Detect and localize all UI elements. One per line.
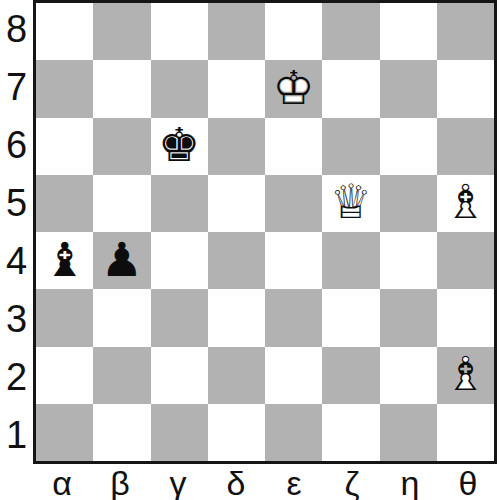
square-g8[interactable] xyxy=(380,3,437,60)
square-a5[interactable] xyxy=(36,175,93,232)
chess-board: ♚♔♚♛♕♝♗♝♟♝♗ xyxy=(33,0,497,464)
rank-label-3: 3 xyxy=(0,290,33,348)
square-g3[interactable] xyxy=(380,289,437,346)
rank-label-7: 7 xyxy=(0,58,33,116)
square-e1[interactable] xyxy=(265,404,322,461)
square-g5[interactable] xyxy=(380,175,437,232)
rank-label-1: 1 xyxy=(0,406,33,464)
piece-white-queen[interactable]: ♛♕ xyxy=(322,175,379,232)
square-c8[interactable] xyxy=(151,3,208,60)
piece-white-bishop[interactable]: ♝♗ xyxy=(437,175,494,232)
square-d6[interactable] xyxy=(208,118,265,175)
square-e7[interactable]: ♚♔ xyxy=(265,60,322,117)
square-e8[interactable] xyxy=(265,3,322,60)
square-e5[interactable] xyxy=(265,175,322,232)
square-a3[interactable] xyxy=(36,289,93,346)
square-b7[interactable] xyxy=(93,60,150,117)
white-king-glyph: ♔ xyxy=(265,63,322,110)
black-bishop-glyph: ♝ xyxy=(36,235,93,282)
square-g6[interactable] xyxy=(380,118,437,175)
square-g4[interactable] xyxy=(380,232,437,289)
square-a1[interactable] xyxy=(36,404,93,461)
square-e6[interactable] xyxy=(265,118,322,175)
square-b4[interactable]: ♟ xyxy=(93,232,150,289)
square-a2[interactable] xyxy=(36,347,93,404)
square-c1[interactable] xyxy=(151,404,208,461)
square-a6[interactable] xyxy=(36,118,93,175)
piece-white-king[interactable]: ♚♔ xyxy=(265,60,322,117)
square-d3[interactable] xyxy=(208,289,265,346)
black-king-glyph: ♚ xyxy=(151,121,208,168)
square-e4[interactable] xyxy=(265,232,322,289)
square-b6[interactable] xyxy=(93,118,150,175)
square-c2[interactable] xyxy=(151,347,208,404)
white-queen-glyph: ♕ xyxy=(322,178,379,225)
square-a8[interactable] xyxy=(36,3,93,60)
square-f4[interactable] xyxy=(322,232,379,289)
piece-black-king[interactable]: ♚ xyxy=(151,118,208,175)
square-d1[interactable] xyxy=(208,404,265,461)
square-c4[interactable] xyxy=(151,232,208,289)
square-g1[interactable] xyxy=(380,404,437,461)
square-b5[interactable] xyxy=(93,175,150,232)
piece-white-bishop[interactable]: ♝♗ xyxy=(437,347,494,404)
square-d2[interactable] xyxy=(208,347,265,404)
file-label-h: θ xyxy=(439,463,497,500)
square-f5[interactable]: ♛♕ xyxy=(322,175,379,232)
square-f2[interactable] xyxy=(322,347,379,404)
square-b2[interactable] xyxy=(93,347,150,404)
square-f8[interactable] xyxy=(322,3,379,60)
square-b1[interactable] xyxy=(93,404,150,461)
rank-labels: 87654321 xyxy=(0,0,33,464)
square-f6[interactable] xyxy=(322,118,379,175)
file-label-d: δ xyxy=(207,463,265,500)
rank-label-2: 2 xyxy=(0,348,33,406)
chess-diagram: 87654321 ♚♔♚♛♕♝♗♝♟♝♗ αβγδεζηθ xyxy=(0,0,500,500)
white-bishop-glyph: ♗ xyxy=(437,178,494,225)
square-d5[interactable] xyxy=(208,175,265,232)
file-label-g: η xyxy=(381,463,439,500)
rank-label-4: 4 xyxy=(0,232,33,290)
square-h7[interactable] xyxy=(437,60,494,117)
square-a4[interactable]: ♝ xyxy=(36,232,93,289)
square-h1[interactable] xyxy=(437,404,494,461)
file-label-b: β xyxy=(91,463,149,500)
black-pawn-glyph: ♟ xyxy=(93,235,150,282)
square-a7[interactable] xyxy=(36,60,93,117)
square-f3[interactable] xyxy=(322,289,379,346)
rank-label-5: 5 xyxy=(0,174,33,232)
square-f7[interactable] xyxy=(322,60,379,117)
file-label-c: γ xyxy=(149,463,207,500)
square-c3[interactable] xyxy=(151,289,208,346)
rank-label-6: 6 xyxy=(0,116,33,174)
square-h5[interactable]: ♝♗ xyxy=(437,175,494,232)
square-g2[interactable] xyxy=(380,347,437,404)
square-c7[interactable] xyxy=(151,60,208,117)
piece-black-bishop[interactable]: ♝ xyxy=(36,232,93,289)
square-h8[interactable] xyxy=(437,3,494,60)
square-e2[interactable] xyxy=(265,347,322,404)
square-g7[interactable] xyxy=(380,60,437,117)
square-d8[interactable] xyxy=(208,3,265,60)
square-c5[interactable] xyxy=(151,175,208,232)
white-bishop-glyph: ♗ xyxy=(437,350,494,397)
square-d4[interactable] xyxy=(208,232,265,289)
square-f1[interactable] xyxy=(322,404,379,461)
file-label-a: α xyxy=(33,463,91,500)
rank-label-8: 8 xyxy=(0,0,33,58)
square-b3[interactable] xyxy=(93,289,150,346)
file-label-f: ζ xyxy=(323,463,381,500)
square-h6[interactable] xyxy=(437,118,494,175)
piece-black-pawn[interactable]: ♟ xyxy=(93,232,150,289)
square-d7[interactable] xyxy=(208,60,265,117)
file-label-e: ε xyxy=(265,463,323,500)
square-h4[interactable] xyxy=(437,232,494,289)
square-b8[interactable] xyxy=(93,3,150,60)
square-c6[interactable]: ♚ xyxy=(151,118,208,175)
file-labels: αβγδεζηθ xyxy=(33,463,497,500)
square-h2[interactable]: ♝♗ xyxy=(437,347,494,404)
square-h3[interactable] xyxy=(437,289,494,346)
square-e3[interactable] xyxy=(265,289,322,346)
